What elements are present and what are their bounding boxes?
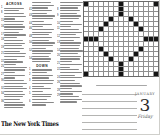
clue-entry: 13 [57,42,83,49]
grid-cell-r6c6 [109,27,113,31]
clue-column-3: 789101112131420212224262829 [57,2,83,120]
clue-number: 5 [29,93,30,96]
grid-cell-r5c13 [144,22,148,26]
grid-cell-r11c10 [129,52,133,56]
grid-cell-r13c1 [84,62,88,66]
grid-cell-r6c7 [114,27,118,31]
clue-number: 2 [29,74,30,77]
grid-cell-r11c1 [84,52,88,56]
grid-cell-r11c14 [149,52,153,56]
grid-cell-r7c15 [154,32,158,36]
grid-cell-r4c4 [99,17,103,21]
grid-cell-r15c10 [129,72,133,76]
grid-cell-r1c2 [89,2,93,6]
across-header: ACROSS [1,2,27,6]
grid-cell-r7c8 [119,32,123,36]
grid-cell-r13c15 [154,62,158,66]
grid-cell-r14c11 [134,67,138,71]
grid-cell-r15c13 [144,72,148,76]
grid-cell-r12c4 [99,57,103,61]
clue-entry: 46 [29,29,55,36]
grid-cell-r15c12 [139,72,143,76]
grid-cell-r8c8 [119,37,123,41]
grid-cell-r2c3 [94,7,98,11]
clue-entry: 54 [29,58,55,62]
grid-cell-r7c4 [99,32,103,36]
grid-cell-r2c15 [154,7,158,11]
calendar-weekday: Friday [133,114,157,119]
grid-cell-r12c1 [84,57,88,61]
grid-cell-r3c14 [149,12,153,16]
grid-cell-r13c5 [104,62,108,66]
grid-cell-r8c11 [134,37,138,41]
grid-cell-r13c10 [129,62,133,66]
grid-cell-r6c2 [89,27,93,31]
grid-cell-r11c12 [139,52,143,56]
grid-cell-r7c1 [84,32,88,36]
clue-entry: 11 [57,29,83,36]
grid-cell-r15c1 [84,72,88,76]
grid-cell-r4c9 [124,17,128,21]
grid-cell-r15c15 [154,72,158,76]
grid-cell-r14c10 [129,67,133,71]
grid-cell-r4c5 [104,17,108,21]
grid-cell-r6c4 [99,27,103,31]
grid-cell-r6c15 [154,27,158,31]
grid-cell-r7c12 [139,32,143,36]
grid-cell-r4c15 [154,17,158,21]
note-rule-line [82,94,137,95]
grid-cell-r10c3 [94,47,98,51]
grid-cell-r11c8 [119,52,123,56]
grid-cell-r5c3 [94,22,98,26]
grid-cell-r10c9 [124,47,128,51]
grid-cell-r7c5 [104,32,108,36]
grid-cell-r14c2 [89,67,93,71]
grid-cell-r11c2 [89,52,93,56]
clue-entry: 29 [57,96,83,103]
clue-number: 6 [29,101,30,104]
grid-cell-r2c8 [119,7,123,11]
grid-cell-r1c4 [99,2,103,6]
grid-cell-r1c7 [114,2,118,6]
clue-entry: 34 [1,94,27,101]
grid-cell-r9c9 [124,42,128,46]
grid-cell-r14c15 [154,67,158,71]
grid-cell-r5c8 [119,22,123,26]
clue-entry: 21 [57,64,83,68]
grid-cell-r3c7 [114,12,118,16]
grid-cell-r13c2 [89,62,93,66]
grid-cell-r2c12 [139,7,143,11]
grid-cell-r5c4 [99,22,103,26]
grid-cell-r11c15 [154,52,158,56]
clue-entry: 19 [1,48,27,52]
grid-cell-r10c1 [84,47,88,51]
grid-cell-r10c4 [99,47,103,51]
grid-cell-r15c4 [99,72,103,76]
grid-cell-r1c15 [154,2,158,6]
clue-number: 8 [57,9,58,12]
grid-cell-r1c9 [124,2,128,6]
grid-cell-r6c1 [84,27,88,31]
clue-entry: 36 [1,102,27,109]
grid-cell-r10c13 [144,47,148,51]
grid-cell-r12c8 [119,57,123,61]
grid-cell-r9c13 [144,42,148,46]
grid-cell-r11c9 [124,52,128,56]
across-clues-col1: 1815161718192122252730323436 [1,8,27,109]
grid-cell-r3c2 [89,12,93,16]
grid-cell-r3c12 [139,12,143,16]
grid-cell-r9c10 [129,42,133,46]
grid-cell-r10c12 [139,47,143,51]
clue-number: 1 [29,69,30,72]
grid-cell-r13c6 [109,62,113,66]
grid-cell-r8c14 [149,37,153,41]
across-clues-col2: 404143444648505254 [29,2,55,62]
calendar-day: 3 [133,96,157,114]
clue-entry: 4 [29,88,55,92]
clue-entry: 32 [1,88,27,92]
grid-cell-r8c3 [94,37,98,41]
grid-cell-r2c14 [149,7,153,11]
grid-cell-r12c2 [89,57,93,61]
note-lines [82,94,137,134]
grid-cell-r10c6 [109,47,113,51]
clue-entry: 48 [29,37,55,41]
grid-cell-r2c13 [144,7,148,11]
grid-cell-r10c8 [119,47,123,51]
grid-cell-r4c12 [139,17,143,21]
grid-cell-r4c3 [94,17,98,21]
newspaper-crossword-page: ACROSS 1815161718192122252730323436 4041… [0,0,160,135]
grid-cell-r8c6 [109,37,113,41]
grid-cell-r11c13 [144,52,148,56]
grid-cell-r1c1 [84,2,88,6]
grid-cell-r12c13 [144,57,148,61]
grid-cell-r15c6 [109,72,113,76]
grid-cell-r7c9 [124,32,128,36]
grid-cell-r3c11 [134,12,138,16]
grid-cell-r2c7 [114,7,118,11]
clue-entry: 30 [1,80,27,87]
grid-cell-r13c14 [149,62,153,66]
clue-entry: 15 [1,21,27,25]
grid-cell-r9c5 [104,42,108,46]
grid-cell-r10c14 [149,47,153,51]
grid-cell-r14c13 [144,67,148,71]
clue-entry: 50 [29,42,55,49]
grid-cell-r15c2 [89,72,93,76]
grid-cell-r2c4 [99,7,103,11]
grid-cell-r1c11 [134,2,138,6]
grid-cell-r9c12 [139,42,143,46]
grid-cell-r8c13 [144,37,148,41]
grid-cell-r13c8 [119,62,123,66]
grid-cell-r14c8 [119,67,123,71]
grid-cell-r15c3 [94,72,98,76]
clue-entry: 1 [29,69,55,73]
grid-cell-r6c3 [94,27,98,31]
grid-cell-r6c9 [124,27,128,31]
clue-entry: 8 [1,13,27,20]
clue-entry: 2 [29,75,55,79]
grid-cell-r8c10 [129,37,133,41]
grid-cell-r6c10 [129,27,133,31]
grid-cell-r2c2 [89,7,93,11]
grid-cell-r1c5 [104,2,108,6]
grid-cell-r3c15 [154,12,158,16]
note-rule-line [82,122,137,123]
note-rule-line [82,108,137,109]
clue-entry: 9 [57,15,83,22]
clue-entry: 18 [1,40,27,47]
grid-cell-r6c12 [139,27,143,31]
grid-cell-r2c1 [84,7,88,11]
grid-cell-r12c7 [114,57,118,61]
grid-cell-r7c3 [94,32,98,36]
clue-entry: 3 [29,80,55,87]
grid-cell-r5c15 [154,22,158,26]
grid-cell-r15c11 [134,72,138,76]
grid-cell-r12c15 [154,57,158,61]
clue-number: 3 [29,80,30,83]
grid-cell-r15c5 [104,72,108,76]
clue-entry: 20 [57,56,83,63]
clue-entry: 28 [57,91,83,95]
clue-number: 7 [57,2,58,4]
grid-cell-r9c7 [114,42,118,46]
grid-cell-r10c7 [114,47,118,51]
grid-cell-r6c13 [144,27,148,31]
byline-smudge [96,85,147,86]
grid-cell-r9c1 [84,42,88,46]
grid-cell-r9c3 [94,42,98,46]
grid-cell-r11c3 [94,52,98,56]
grid-cell-r6c8 [119,27,123,31]
crossword-grid [83,1,159,77]
grid-cell-r3c10 [129,12,133,16]
grid-cell-r13c13 [144,62,148,66]
grid-cell-r9c11 [134,42,138,46]
clue-entry: 7 [57,2,83,9]
grid-cell-r12c3 [94,57,98,61]
clue-number: 4 [29,88,30,91]
clue-number: 1 [1,7,2,10]
grid-cell-r4c2 [89,17,93,21]
clue-entry: 22 [1,61,27,65]
clue-entry: 6 [29,102,55,106]
grid-cell-r11c7 [114,52,118,56]
grid-cell-r5c1 [84,22,88,26]
clue-column-1: ACROSS 1815161718192122252730323436 [1,2,27,120]
grid-cell-r14c1 [84,67,88,71]
grid-cell-r1c6 [109,2,113,6]
grid-cell-r3c1 [84,12,88,16]
grid-cell-r4c11 [134,17,138,21]
clue-entry: 8 [57,10,83,14]
grid-cell-r7c7 [114,32,118,36]
grid-cell-r2c9 [124,7,128,11]
grid-cell-r3c9 [124,12,128,16]
grid-cell-r8c12 [139,37,143,41]
clue-number: 8 [1,12,2,15]
grid-cell-r12c9 [124,57,128,61]
grid-cell-r5c11 [134,22,138,26]
note-rule-line [82,129,137,130]
grid-cell-r8c4 [99,37,103,41]
grid-cell-r2c10 [129,7,133,11]
grid-cell-r2c5 [104,7,108,11]
grid-cell-r13c7 [114,62,118,66]
grid-cell-r12c12 [139,57,143,61]
grid-cell-r3c3 [94,12,98,16]
grid-cell-r4c1 [84,17,88,21]
grid-cell-r12c5 [104,57,108,61]
clue-entry: 12 [57,37,83,41]
clue-entry: 10 [57,24,83,28]
grid-cell-r6c11 [134,27,138,31]
grid-cell-r12c14 [149,57,153,61]
grid-cell-r9c4 [99,42,103,46]
grid-cell-r2c6 [109,7,113,11]
grid-cell-r14c6 [109,67,113,71]
clue-entry: 25 [1,67,27,74]
grid-cell-r7c10 [129,32,133,36]
grid-cell-r10c11 [134,47,138,51]
grid-cell-r8c15 [154,37,158,41]
grid-cell-r14c9 [124,67,128,71]
grid-cell-r12c10 [129,57,133,61]
grid-cell-r14c12 [139,67,143,71]
grid-cell-r8c1 [84,37,88,41]
clue-entry: 14 [57,50,83,54]
clue-entry: 41 [29,10,55,14]
grid-cell-r9c6 [109,42,113,46]
grid-cell-r15c8 [119,72,123,76]
grid-cell-r10c2 [89,47,93,51]
grid-cell-r1c10 [129,2,133,6]
grid-cell-r14c7 [114,67,118,71]
grid-cell-r5c9 [124,22,128,26]
grid-cell-r3c5 [104,12,108,16]
grid-cell-r7c2 [89,32,93,36]
grid-cell-r13c12 [139,62,143,66]
grid-cell-r1c13 [144,2,148,6]
clue-entry: 26 [57,83,83,90]
grid-cell-r1c12 [139,2,143,6]
grid-cell-r6c5 [104,27,108,31]
grid-cell-r10c10 [129,47,133,51]
clue-entry: 52 [29,50,55,57]
grid-cell-r1c8 [119,2,123,6]
grid-cell-r3c6 [109,12,113,16]
grid-cell-r5c7 [114,22,118,26]
grid-cell-r6c14 [149,27,153,31]
grid-cell-r14c14 [149,67,153,71]
grid-cell-r13c3 [94,62,98,66]
clue-entry: 22 [57,69,83,76]
calendar-date-block: JANUARY 3 Friday [133,92,157,119]
grid-cell-r4c6 [109,17,113,21]
grid-cell-r4c10 [129,17,133,21]
grid-cell-r3c13 [144,12,148,16]
down-clues-col3: 789101112131420212224262829 [57,2,83,103]
grid-cell-r12c6 [109,57,113,61]
grid-cell-r14c4 [99,67,103,71]
grid-cell-r15c14 [149,72,153,76]
grid-cell-r14c3 [94,67,98,71]
clue-entry: 40 [29,2,55,9]
grid-cell-r14c5 [104,67,108,71]
grid-cell-r4c13 [144,17,148,21]
grid-cell-r10c5 [104,47,108,51]
grid-cell-r5c5 [104,22,108,26]
grid-cell-r4c8 [119,17,123,21]
grid-cell-r11c5 [104,52,108,56]
grid-cell-r13c9 [124,62,128,66]
grid-cell-r10c15 [154,47,158,51]
clue-entry: 1 [1,8,27,12]
grid-cell-r9c8 [119,42,123,46]
grid-cell-r15c7 [114,72,118,76]
note-rule-line [82,101,137,102]
clue-entry: 21 [1,53,27,60]
grid-cell-r1c14 [149,2,153,6]
clue-entry: 43 [29,15,55,22]
grid-cell-r9c14 [149,42,153,46]
grid-cell-r8c5 [104,37,108,41]
down-header: DOWN [29,64,55,68]
grid-cell-r15c9 [124,72,128,76]
grid-cell-r5c12 [139,22,143,26]
clue-column-2: 404143444648505254 DOWN 123456 [29,2,55,120]
grid-cell-r5c6 [109,22,113,26]
grid-cell-r3c4 [99,12,103,16]
grid-cell-r7c13 [144,32,148,36]
clue-entry: 44 [29,24,55,28]
grid-cell-r11c6 [109,52,113,56]
grid-cell-r4c7 [114,17,118,21]
grid-cell-r3c8 [119,12,123,16]
grid-cell-r4c14 [149,17,153,21]
grid-cell-r1c3 [94,2,98,6]
grid-cell-r13c4 [99,62,103,66]
grid-cell-r11c4 [99,52,103,56]
clue-entry: 5 [29,94,55,101]
grid-cell-r5c2 [89,22,93,26]
grid-cell-r7c14 [149,32,153,36]
grid-cell-r8c2 [89,37,93,41]
grid-cell-r7c11 [134,32,138,36]
clue-entry: 27 [1,75,27,79]
grid-cell-r13c11 [134,62,138,66]
clue-entry: 24 [57,77,83,81]
grid-cell-r9c2 [89,42,93,46]
grid-cell-r2c11 [134,7,138,11]
grid-cell-r7c6 [109,32,113,36]
clue-number: 9 [57,15,58,18]
grid-cell-r9c15 [154,42,158,46]
grid-cell-r12c11 [134,57,138,61]
clue-entry: 17 [1,34,27,38]
grid-cell-r8c7 [114,37,118,41]
note-rule-line [82,115,137,116]
grid-cell-r5c14 [149,22,153,26]
nyt-masthead-logo: The New York Times [1,120,50,128]
grid-cell-r8c9 [124,37,128,41]
